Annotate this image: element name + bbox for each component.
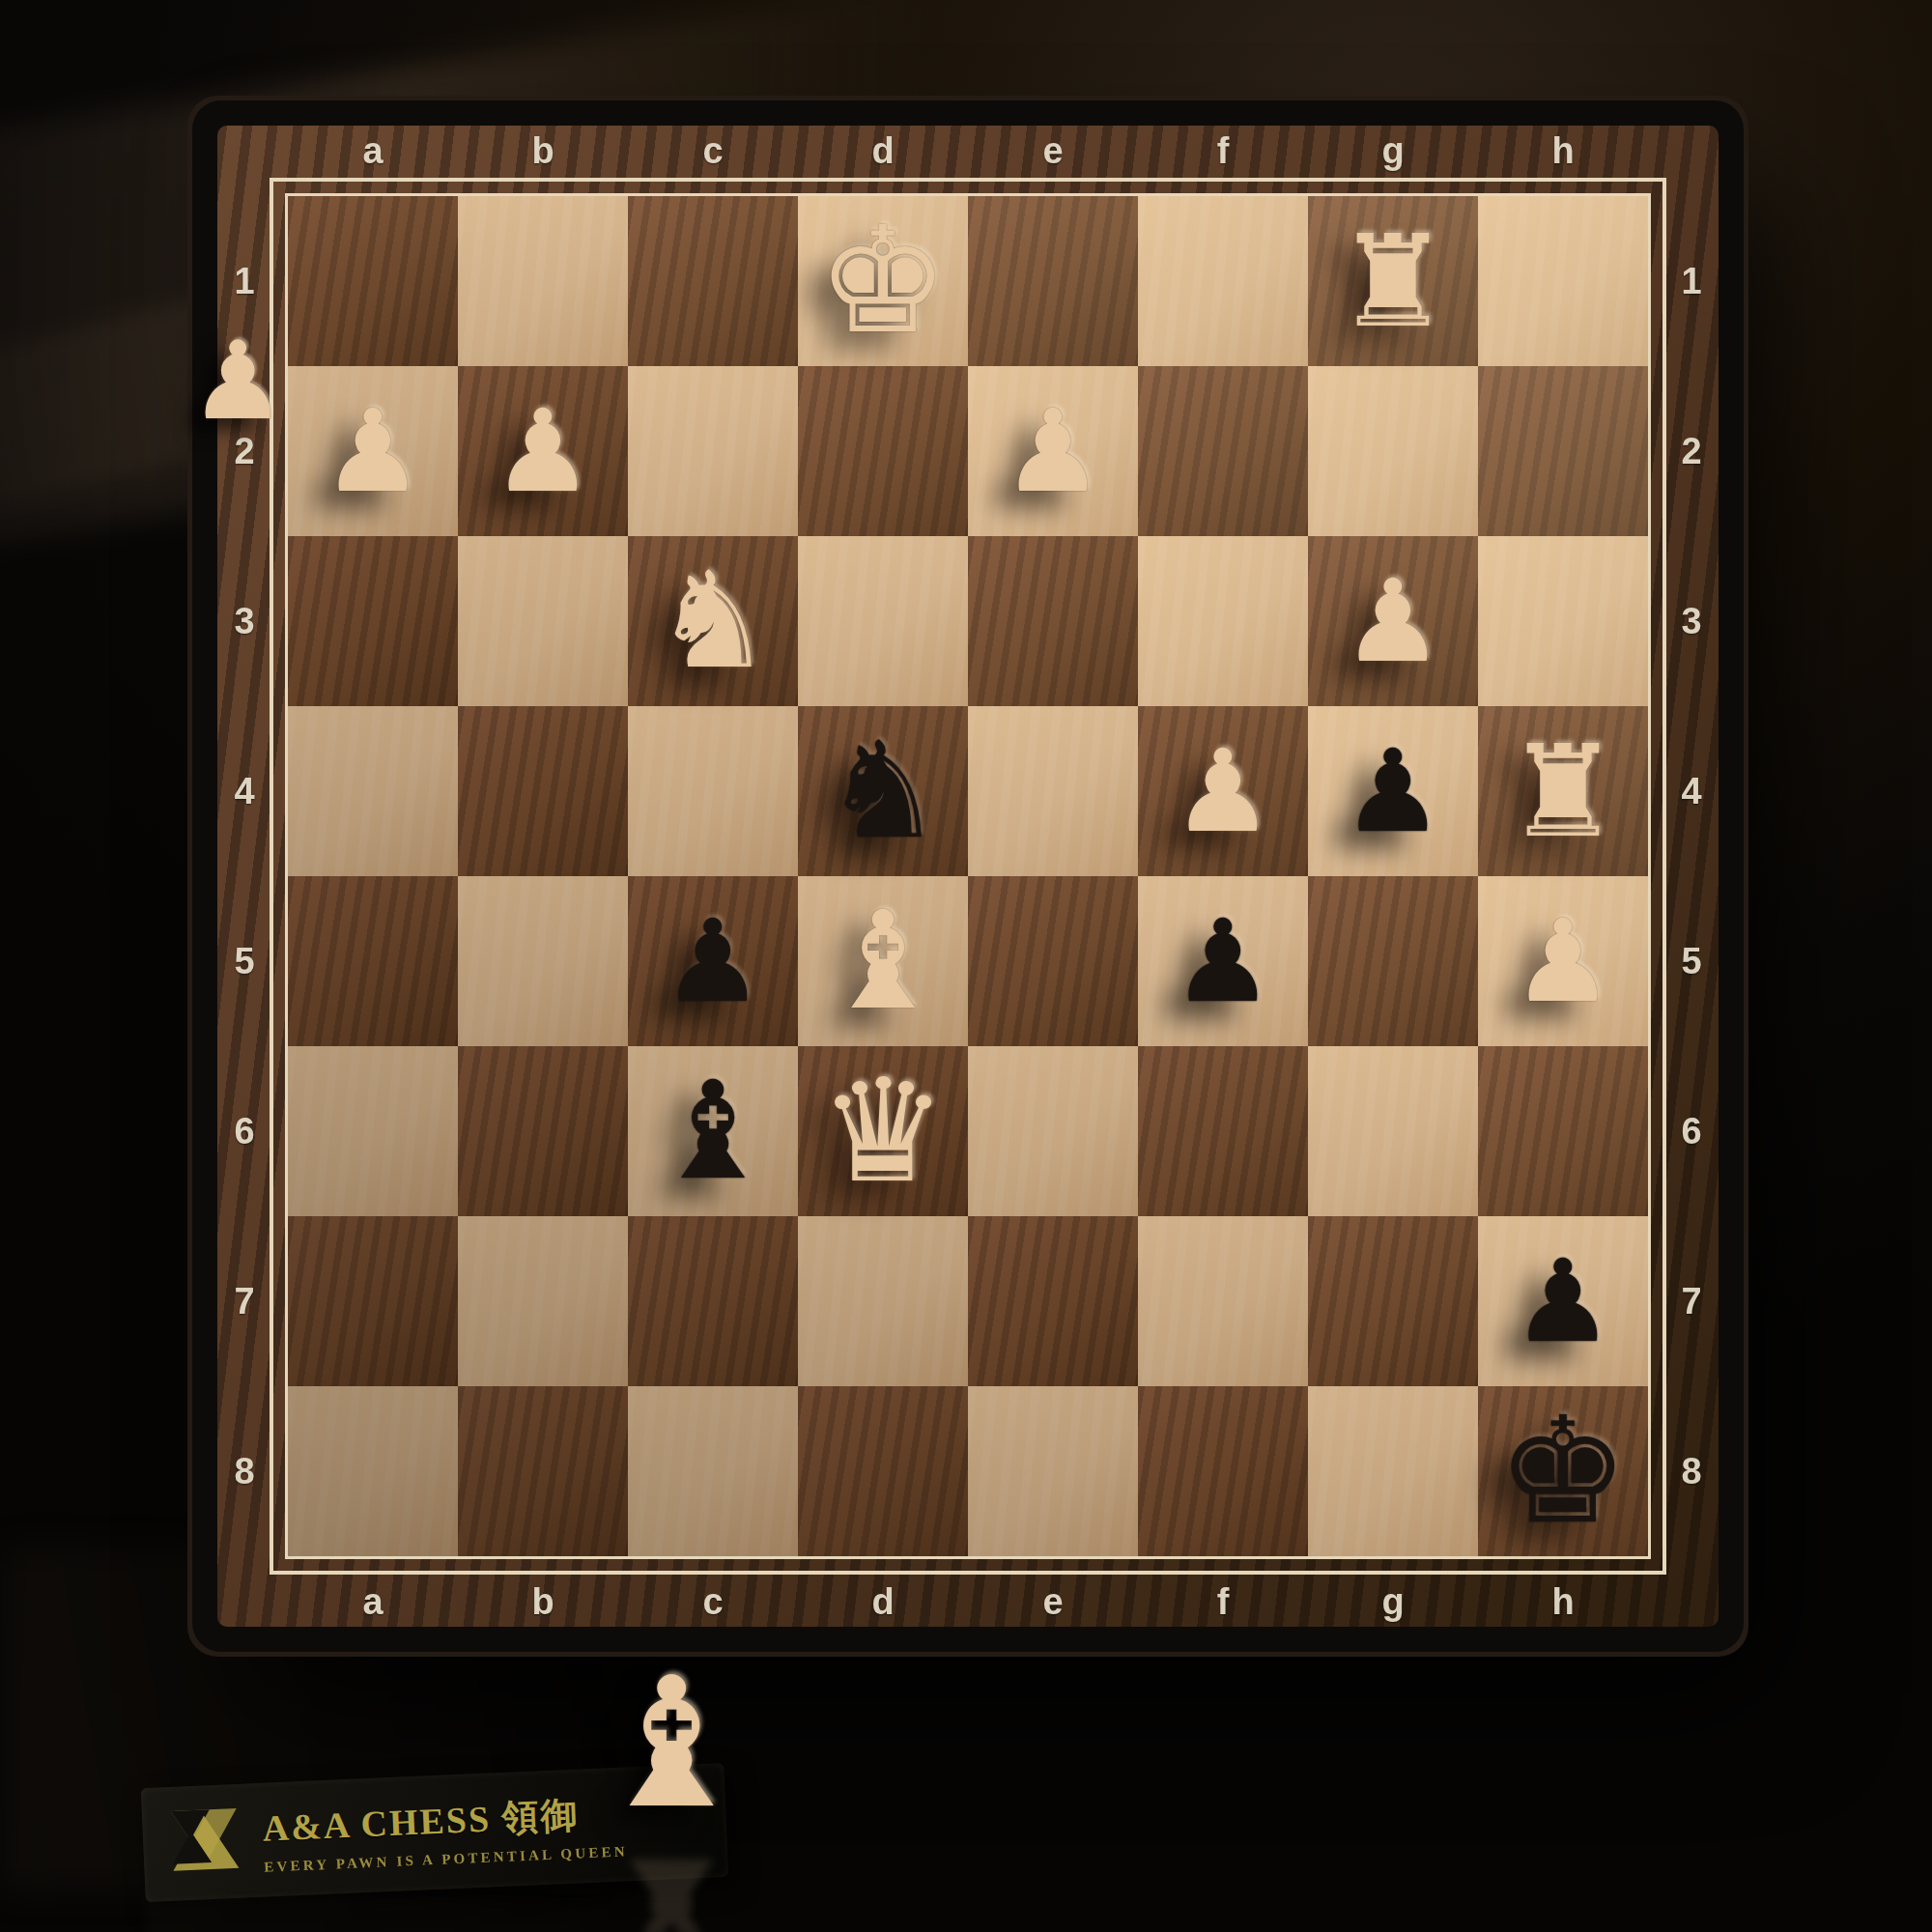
square-c3[interactable]: ♞ [628, 536, 798, 706]
square-g1[interactable]: ♜ [1308, 196, 1478, 366]
square-b3[interactable] [458, 536, 628, 706]
black-pawn-f5[interactable]: ♟ [1172, 904, 1274, 1018]
rank-label-left-6: 6 [215, 1102, 273, 1160]
brand-title: A&A CHESS 領御 [262, 1788, 628, 1853]
board-pinstripe-outer: ♚♜♟♟♟♞♟♞♟♟♜♟♝♟♟♝♛♟♚ [270, 178, 1666, 1575]
chess-board-frame: ♚♜♟♟♟♞♟♞♟♟♜♟♝♟♟♝♛♟♚ aabbccddeeffgghh1122… [217, 126, 1719, 1627]
file-label-bottom-h: h [1534, 1573, 1592, 1631]
square-h1[interactable] [1478, 196, 1648, 366]
board-pinstripe-inner: ♚♜♟♟♟♞♟♞♟♟♜♟♝♟♟♝♛♟♚ [285, 193, 1651, 1559]
file-label-bottom-g: g [1364, 1573, 1422, 1631]
black-pawn-c5[interactable]: ♟ [662, 904, 764, 1018]
square-c6[interactable]: ♝ [628, 1046, 798, 1216]
square-f3[interactable] [1138, 536, 1308, 706]
file-label-top-f: f [1194, 122, 1252, 180]
white-king-d1[interactable]: ♚ [817, 208, 949, 355]
square-h2[interactable] [1478, 366, 1648, 536]
square-b5[interactable] [458, 876, 628, 1046]
black-pawn-g4[interactable]: ♟ [1342, 734, 1444, 848]
file-label-top-e: e [1024, 122, 1082, 180]
chess-board: ♚♜♟♟♟♞♟♞♟♟♜♟♝♟♟♝♛♟♚ [288, 196, 1648, 1556]
white-pawn-h5[interactable]: ♟ [1512, 904, 1614, 1018]
file-label-top-b: b [514, 122, 572, 180]
square-g8[interactable] [1308, 1386, 1478, 1556]
white-pawn-a2[interactable]: ♟ [322, 394, 424, 508]
square-g4[interactable]: ♟ [1308, 706, 1478, 876]
rank-label-right-7: 7 [1662, 1272, 1720, 1330]
square-a5[interactable] [288, 876, 458, 1046]
rank-label-left-3: 3 [215, 592, 273, 650]
rank-label-right-5: 5 [1662, 932, 1720, 990]
square-e8[interactable] [968, 1386, 1138, 1556]
square-h5[interactable]: ♟ [1478, 876, 1648, 1046]
square-e2[interactable]: ♟ [968, 366, 1138, 536]
square-h4[interactable]: ♜ [1478, 706, 1648, 876]
square-a6[interactable] [288, 1046, 458, 1216]
black-bishop-c6[interactable]: ♝ [652, 1064, 774, 1199]
square-d3[interactable] [798, 536, 968, 706]
square-b4[interactable] [458, 706, 628, 876]
rank-label-right-6: 6 [1662, 1102, 1720, 1160]
square-a4[interactable] [288, 706, 458, 876]
square-f4[interactable]: ♟ [1138, 706, 1308, 876]
square-e7[interactable] [968, 1216, 1138, 1386]
file-label-bottom-f: f [1194, 1573, 1252, 1631]
rank-label-right-2: 2 [1662, 422, 1720, 480]
square-g6[interactable] [1308, 1046, 1478, 1216]
square-d1[interactable]: ♚ [798, 196, 968, 366]
black-pawn-h7[interactable]: ♟ [1512, 1244, 1614, 1358]
square-d8[interactable] [798, 1386, 968, 1556]
square-d2[interactable] [798, 366, 968, 536]
rank-label-left-5: 5 [215, 932, 273, 990]
rank-label-right-8: 8 [1662, 1442, 1720, 1500]
square-h7[interactable]: ♟ [1478, 1216, 1648, 1386]
square-b1[interactable] [458, 196, 628, 366]
square-a1[interactable] [288, 196, 458, 366]
square-e4[interactable] [968, 706, 1138, 876]
captured-white-pawn[interactable]: ♟ [189, 327, 286, 435]
square-b8[interactable] [458, 1386, 628, 1556]
square-b6[interactable] [458, 1046, 628, 1216]
brand-logo-monogram-icon [162, 1801, 247, 1886]
square-h6[interactable] [1478, 1046, 1648, 1216]
white-knight-c3[interactable]: ♞ [653, 554, 773, 688]
white-bishop-d5[interactable]: ♝ [822, 894, 944, 1029]
file-label-top-c: c [684, 122, 742, 180]
square-a2[interactable]: ♟ [288, 366, 458, 536]
square-f2[interactable] [1138, 366, 1308, 536]
square-h3[interactable] [1478, 536, 1648, 706]
file-label-top-h: h [1534, 122, 1592, 180]
square-f8[interactable] [1138, 1386, 1308, 1556]
file-label-top-d: d [854, 122, 912, 180]
square-e6[interactable] [968, 1046, 1138, 1216]
chess-photo-scene: { "game": "chess", "scene_description": … [0, 0, 1932, 1932]
square-b2[interactable]: ♟ [458, 366, 628, 536]
rank-label-left-1: 1 [215, 252, 273, 310]
rank-label-left-7: 7 [215, 1272, 273, 1330]
square-c2[interactable] [628, 366, 798, 536]
rank-label-left-8: 8 [215, 1442, 273, 1500]
square-d4[interactable]: ♞ [798, 706, 968, 876]
square-d6[interactable]: ♛ [798, 1046, 968, 1216]
file-label-top-a: a [344, 122, 402, 180]
square-f5[interactable]: ♟ [1138, 876, 1308, 1046]
square-f1[interactable] [1138, 196, 1308, 366]
square-c1[interactable] [628, 196, 798, 366]
white-rook-h4[interactable]: ♜ [1506, 727, 1620, 855]
white-queen-d6[interactable]: ♛ [819, 1060, 948, 1203]
square-e5[interactable] [968, 876, 1138, 1046]
square-g2[interactable] [1308, 366, 1478, 536]
square-a7[interactable] [288, 1216, 458, 1386]
square-e3[interactable] [968, 536, 1138, 706]
rank-label-right-4: 4 [1662, 762, 1720, 820]
black-knight-d4[interactable]: ♞ [823, 724, 943, 858]
square-h8[interactable]: ♚ [1478, 1386, 1648, 1556]
square-a8[interactable] [288, 1386, 458, 1556]
file-label-bottom-e: e [1024, 1573, 1082, 1631]
white-pawn-g3[interactable]: ♟ [1342, 564, 1444, 678]
white-rook-g1[interactable]: ♜ [1336, 217, 1450, 345]
square-c8[interactable] [628, 1386, 798, 1556]
white-pawn-f4[interactable]: ♟ [1172, 734, 1274, 848]
file-label-bottom-d: d [854, 1573, 912, 1631]
captured-white-bishop[interactable]: ♝ [591, 1654, 753, 1833]
square-c7[interactable] [628, 1216, 798, 1386]
white-pawn-e2[interactable]: ♟ [1002, 394, 1104, 508]
square-a3[interactable] [288, 536, 458, 706]
black-king-h8[interactable]: ♚ [1497, 1398, 1629, 1545]
square-g7[interactable] [1308, 1216, 1478, 1386]
white-pawn-b2[interactable]: ♟ [492, 394, 594, 508]
file-label-bottom-a: a [344, 1573, 402, 1631]
rank-label-right-1: 1 [1662, 252, 1720, 310]
square-c4[interactable] [628, 706, 798, 876]
square-e1[interactable] [968, 196, 1138, 366]
square-d5[interactable]: ♝ [798, 876, 968, 1046]
rank-label-right-3: 3 [1662, 592, 1720, 650]
square-f7[interactable] [1138, 1216, 1308, 1386]
file-label-bottom-b: b [514, 1573, 572, 1631]
rank-label-left-4: 4 [215, 762, 273, 820]
square-c5[interactable]: ♟ [628, 876, 798, 1046]
square-d7[interactable] [798, 1216, 968, 1386]
file-label-top-g: g [1364, 122, 1422, 180]
square-g5[interactable] [1308, 876, 1478, 1046]
square-f6[interactable] [1138, 1046, 1308, 1216]
file-label-bottom-c: c [684, 1573, 742, 1631]
square-b7[interactable] [458, 1216, 628, 1386]
square-g3[interactable]: ♟ [1308, 536, 1478, 706]
